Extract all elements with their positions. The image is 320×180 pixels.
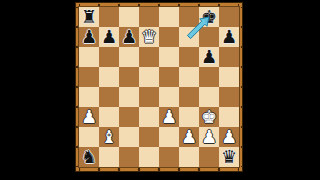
square-g7[interactable] [199, 27, 219, 47]
black-pawn[interactable]: ♟ [81, 27, 97, 47]
square-h3[interactable] [219, 107, 239, 127]
square-g1[interactable] [199, 147, 219, 167]
black-pawn[interactable]: ♟ [201, 47, 217, 67]
square-b8[interactable] [99, 7, 119, 27]
square-d7[interactable]: ♛ [139, 27, 159, 47]
square-g6[interactable]: ♟ [199, 47, 219, 67]
black-rook[interactable]: ♜ [81, 7, 97, 27]
square-g4[interactable] [199, 87, 219, 107]
white-king[interactable]: ♚ [201, 107, 217, 127]
square-g3[interactable]: ♚ [199, 107, 219, 127]
square-b2[interactable]: ♝ [99, 127, 119, 147]
square-e7[interactable] [159, 27, 179, 47]
white-pawn[interactable]: ♟ [161, 107, 177, 127]
square-f7[interactable] [179, 27, 199, 47]
square-h8[interactable] [219, 7, 239, 27]
square-e2[interactable] [159, 127, 179, 147]
square-f4[interactable] [179, 87, 199, 107]
square-h4[interactable] [219, 87, 239, 107]
square-e3[interactable]: ♟ [159, 107, 179, 127]
square-e6[interactable] [159, 47, 179, 67]
square-h7[interactable]: ♟ [219, 27, 239, 47]
chess-board-frame: ♜♚♟♟♟♛♟♟♟♟♚♝♟♟♟♞♛ [75, 2, 243, 172]
square-e1[interactable] [159, 147, 179, 167]
square-d6[interactable] [139, 47, 159, 67]
square-a2[interactable] [79, 127, 99, 147]
square-f6[interactable] [179, 47, 199, 67]
black-knight[interactable]: ♞ [81, 147, 97, 167]
square-a1[interactable]: ♞ [79, 147, 99, 167]
square-c4[interactable] [119, 87, 139, 107]
black-pawn[interactable]: ♟ [101, 27, 117, 47]
square-c6[interactable] [119, 47, 139, 67]
black-pawn[interactable]: ♟ [221, 27, 237, 47]
square-e8[interactable] [159, 7, 179, 27]
square-h2[interactable]: ♟ [219, 127, 239, 147]
black-pawn[interactable]: ♟ [121, 27, 137, 47]
square-g8[interactable]: ♚ [199, 7, 219, 27]
square-a7[interactable]: ♟ [79, 27, 99, 47]
square-d3[interactable] [139, 107, 159, 127]
white-pawn[interactable]: ♟ [81, 107, 97, 127]
square-g5[interactable] [199, 67, 219, 87]
square-e4[interactable] [159, 87, 179, 107]
square-c1[interactable] [119, 147, 139, 167]
square-c2[interactable] [119, 127, 139, 147]
square-g2[interactable]: ♟ [199, 127, 219, 147]
square-b5[interactable] [99, 67, 119, 87]
square-h1[interactable]: ♛ [219, 147, 239, 167]
square-b4[interactable] [99, 87, 119, 107]
white-pawn[interactable]: ♟ [181, 127, 197, 147]
white-bishop[interactable]: ♝ [101, 127, 117, 147]
square-d8[interactable] [139, 7, 159, 27]
square-e5[interactable] [159, 67, 179, 87]
square-a6[interactable] [79, 47, 99, 67]
square-a3[interactable]: ♟ [79, 107, 99, 127]
square-d5[interactable] [139, 67, 159, 87]
square-f3[interactable] [179, 107, 199, 127]
square-d1[interactable] [139, 147, 159, 167]
black-queen[interactable]: ♛ [221, 147, 237, 167]
square-f2[interactable]: ♟ [179, 127, 199, 147]
white-queen[interactable]: ♛ [141, 27, 157, 47]
screenshot-stage: ♜♚♟♟♟♛♟♟♟♟♚♝♟♟♟♞♛ [0, 0, 320, 180]
square-d4[interactable] [139, 87, 159, 107]
square-b3[interactable] [99, 107, 119, 127]
square-c3[interactable] [119, 107, 139, 127]
frame-nail-dots-bottom [79, 167, 239, 172]
square-c5[interactable] [119, 67, 139, 87]
square-f5[interactable] [179, 67, 199, 87]
square-f8[interactable] [179, 7, 199, 27]
square-a8[interactable]: ♜ [79, 7, 99, 27]
square-b7[interactable]: ♟ [99, 27, 119, 47]
square-b6[interactable] [99, 47, 119, 67]
square-c7[interactable]: ♟ [119, 27, 139, 47]
chess-board: ♜♚♟♟♟♛♟♟♟♟♚♝♟♟♟♞♛ [79, 7, 239, 167]
square-c8[interactable] [119, 7, 139, 27]
white-pawn[interactable]: ♟ [221, 127, 237, 147]
square-h6[interactable] [219, 47, 239, 67]
square-a4[interactable] [79, 87, 99, 107]
white-pawn[interactable]: ♟ [201, 127, 217, 147]
square-d2[interactable] [139, 127, 159, 147]
black-king[interactable]: ♚ [201, 7, 217, 27]
square-b1[interactable] [99, 147, 119, 167]
frame-nail-dots-right [240, 7, 244, 167]
square-f1[interactable] [179, 147, 199, 167]
square-h5[interactable] [219, 67, 239, 87]
square-a5[interactable] [79, 67, 99, 87]
